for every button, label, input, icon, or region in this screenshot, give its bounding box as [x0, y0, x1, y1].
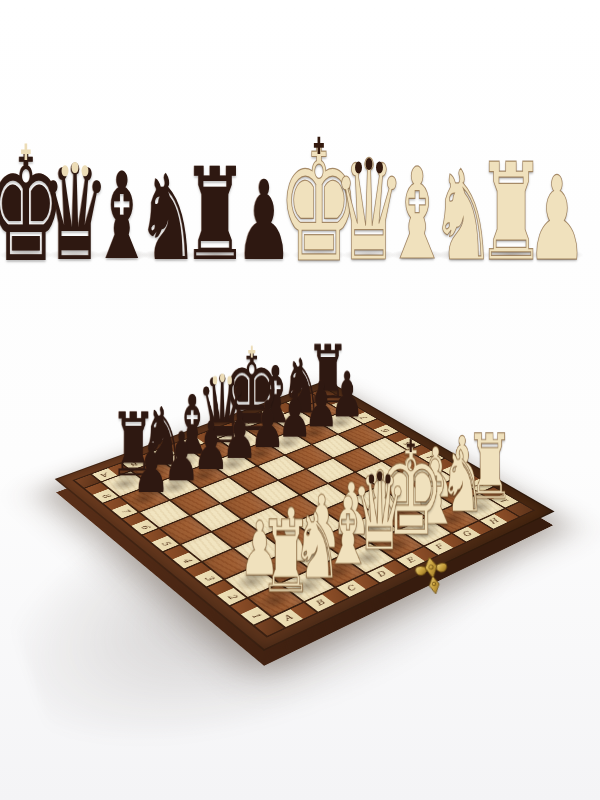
standing-dark-queen-balls-accent	[72, 162, 79, 173]
product-photo-stage: ♚✚♛♝♞♜♟♚✚♛♝♞♜♟ ABCDEFGH8877665544332211A…	[0, 0, 600, 800]
brass-clasp	[407, 551, 459, 606]
top-pieces-row: ♚✚♛♝♞♜♟♚✚♛♝♞♜♟	[0, 0, 600, 290]
piece-e8-cross-accent: ✚	[247, 345, 255, 361]
standing-light-king-cross-accent: ✚	[313, 135, 325, 159]
standing-light-queen-balls-accent	[366, 158, 373, 170]
piece-d8-balls-accent	[220, 374, 225, 382]
piece-glyph-a1: ♜	[238, 508, 333, 607]
standing-piece-light-pawn: ♟	[514, 161, 600, 277]
piece-glyph-a7: ♟	[109, 434, 194, 503]
piece-d1-balls-accent	[377, 472, 382, 481]
standing-dark-king-cross-accent: ✚	[21, 141, 32, 164]
